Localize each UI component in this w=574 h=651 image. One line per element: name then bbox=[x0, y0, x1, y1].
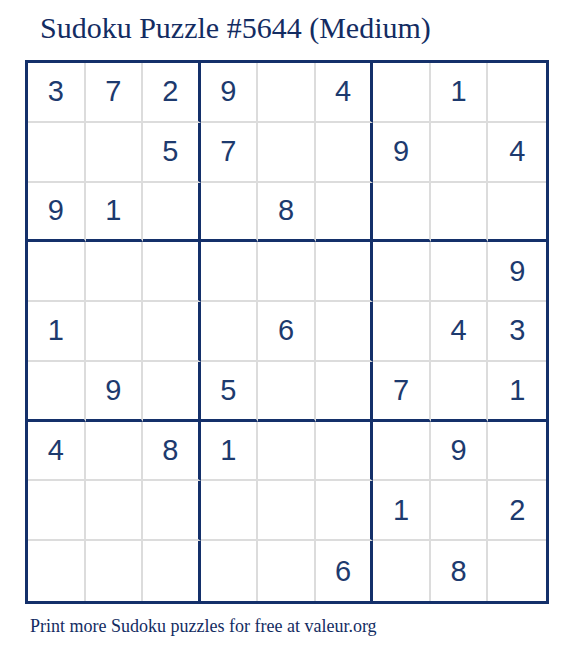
cell-r4c5 bbox=[258, 242, 316, 302]
sudoku-board: 372941579491891643957148191268 bbox=[25, 60, 549, 604]
cell-r7c9 bbox=[488, 422, 546, 482]
cell-r3c3 bbox=[143, 183, 201, 243]
cell-r7c2 bbox=[86, 422, 144, 482]
cell-r1c3: 2 bbox=[143, 63, 201, 123]
cell-r9c7 bbox=[373, 541, 431, 601]
cell-r3c2: 1 bbox=[86, 183, 144, 243]
cell-r6c6 bbox=[316, 362, 374, 422]
cell-r3c8 bbox=[431, 183, 489, 243]
cell-r7c1: 4 bbox=[28, 422, 86, 482]
cell-r1c6: 4 bbox=[316, 63, 374, 123]
cell-r5c6 bbox=[316, 302, 374, 362]
cell-r8c8 bbox=[431, 481, 489, 541]
cell-r8c6 bbox=[316, 481, 374, 541]
cell-r3c7 bbox=[373, 183, 431, 243]
cell-r4c1 bbox=[28, 242, 86, 302]
cell-r7c3: 8 bbox=[143, 422, 201, 482]
cell-r8c3 bbox=[143, 481, 201, 541]
cell-r6c9: 1 bbox=[488, 362, 546, 422]
cell-r2c6 bbox=[316, 123, 374, 183]
cell-r8c4 bbox=[201, 481, 259, 541]
cell-r1c2: 7 bbox=[86, 63, 144, 123]
cell-r9c5 bbox=[258, 541, 316, 601]
cell-r6c5 bbox=[258, 362, 316, 422]
cell-r3c1: 9 bbox=[28, 183, 86, 243]
cell-r7c7 bbox=[373, 422, 431, 482]
cell-r9c8: 8 bbox=[431, 541, 489, 601]
cell-r1c4: 9 bbox=[201, 63, 259, 123]
cell-r9c3 bbox=[143, 541, 201, 601]
cell-r7c5 bbox=[258, 422, 316, 482]
cell-r5c2 bbox=[86, 302, 144, 362]
cell-r9c6: 6 bbox=[316, 541, 374, 601]
cell-r4c3 bbox=[143, 242, 201, 302]
cell-r2c3: 5 bbox=[143, 123, 201, 183]
cell-r4c7 bbox=[373, 242, 431, 302]
cell-r6c2: 9 bbox=[86, 362, 144, 422]
cell-r8c9: 2 bbox=[488, 481, 546, 541]
cell-r2c8 bbox=[431, 123, 489, 183]
cell-r6c1 bbox=[28, 362, 86, 422]
cell-r5c7 bbox=[373, 302, 431, 362]
cell-r1c8: 1 bbox=[431, 63, 489, 123]
cell-r1c1: 3 bbox=[28, 63, 86, 123]
cell-r1c7 bbox=[373, 63, 431, 123]
cell-r4c4 bbox=[201, 242, 259, 302]
cell-r2c1 bbox=[28, 123, 86, 183]
cell-r6c7: 7 bbox=[373, 362, 431, 422]
cell-r1c5 bbox=[258, 63, 316, 123]
cell-r6c4: 5 bbox=[201, 362, 259, 422]
cell-r9c9 bbox=[488, 541, 546, 601]
cell-r9c1 bbox=[28, 541, 86, 601]
cell-r5c5: 6 bbox=[258, 302, 316, 362]
cell-r2c7: 9 bbox=[373, 123, 431, 183]
cell-r3c4 bbox=[201, 183, 259, 243]
cell-r8c5 bbox=[258, 481, 316, 541]
sudoku-page: Sudoku Puzzle #5644 (Medium) 37294157949… bbox=[0, 0, 574, 651]
cell-r7c6 bbox=[316, 422, 374, 482]
cell-r8c1 bbox=[28, 481, 86, 541]
cell-r5c9: 3 bbox=[488, 302, 546, 362]
cell-r3c5: 8 bbox=[258, 183, 316, 243]
cell-r2c4: 7 bbox=[201, 123, 259, 183]
cell-r5c4 bbox=[201, 302, 259, 362]
cell-r8c2 bbox=[86, 481, 144, 541]
footer-text: Print more Sudoku puzzles for free at va… bbox=[30, 616, 377, 637]
page-title: Sudoku Puzzle #5644 (Medium) bbox=[40, 11, 431, 45]
cell-r5c1: 1 bbox=[28, 302, 86, 362]
cell-r9c2 bbox=[86, 541, 144, 601]
cell-r7c8: 9 bbox=[431, 422, 489, 482]
cell-r3c9 bbox=[488, 183, 546, 243]
cell-r5c3 bbox=[143, 302, 201, 362]
cell-r1c9 bbox=[488, 63, 546, 123]
cell-r2c9: 4 bbox=[488, 123, 546, 183]
cell-r4c8 bbox=[431, 242, 489, 302]
cell-r6c3 bbox=[143, 362, 201, 422]
cell-r6c8 bbox=[431, 362, 489, 422]
cell-r4c9: 9 bbox=[488, 242, 546, 302]
cell-r8c7: 1 bbox=[373, 481, 431, 541]
cell-r2c5 bbox=[258, 123, 316, 183]
cell-r7c4: 1 bbox=[201, 422, 259, 482]
cell-r2c2 bbox=[86, 123, 144, 183]
cell-r3c6 bbox=[316, 183, 374, 243]
cell-r4c6 bbox=[316, 242, 374, 302]
cell-r4c2 bbox=[86, 242, 144, 302]
cell-r5c8: 4 bbox=[431, 302, 489, 362]
cell-r9c4 bbox=[201, 541, 259, 601]
